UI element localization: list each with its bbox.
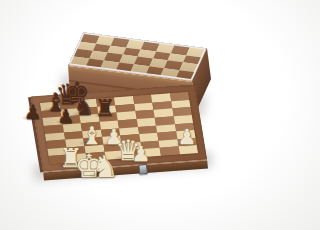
chess-set-photo: ♟♝♛♚♟♞♜♜♚♞♝♟♛♟♟ [0, 0, 230, 230]
black-rook: ♜ [90, 97, 120, 120]
pieces-layer: ♟♝♛♚♟♞♜♜♚♞♝♟♛♟♟ [0, 0, 230, 230]
white-pawn: ♟ [173, 127, 200, 148]
white-pawn: ♟ [127, 144, 154, 165]
